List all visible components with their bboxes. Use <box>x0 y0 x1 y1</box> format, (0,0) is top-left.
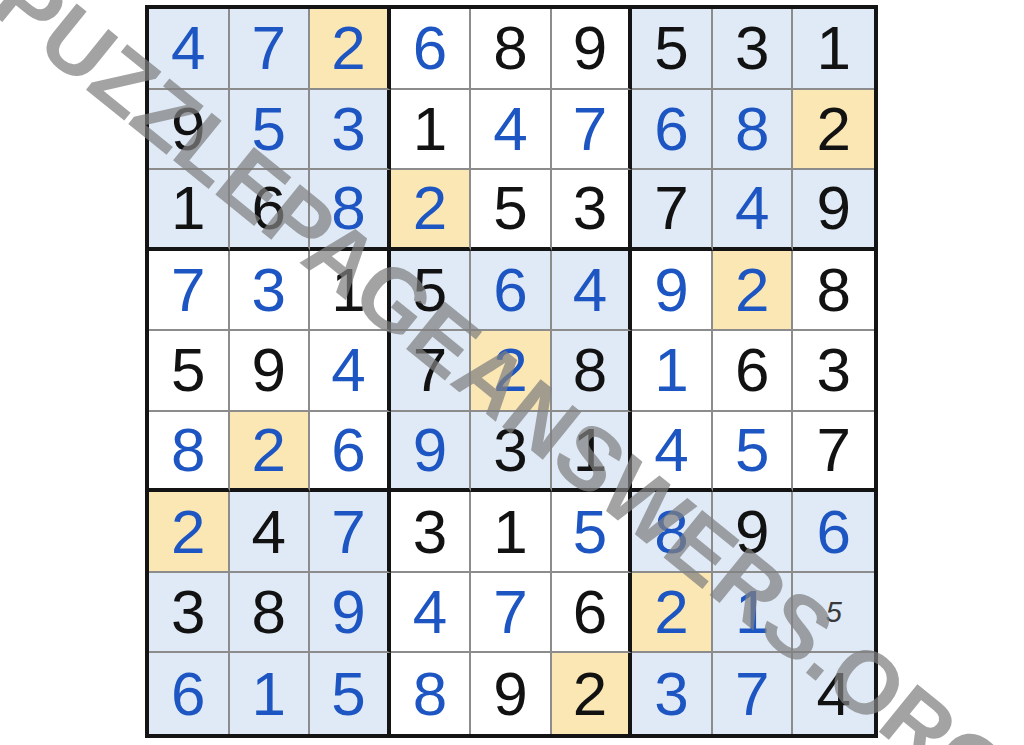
cell-r5c6[interactable]: 8 <box>552 331 633 412</box>
digit: 5 <box>735 419 769 481</box>
digit: 1 <box>654 339 688 401</box>
digit: 6 <box>252 177 286 239</box>
cell-r7c7[interactable]: 8 <box>632 492 713 573</box>
digit: 3 <box>816 339 850 401</box>
cell-r2c8[interactable]: 8 <box>713 90 794 171</box>
digit: 7 <box>252 17 286 79</box>
digit: 6 <box>735 339 769 401</box>
digit: 7 <box>413 339 447 401</box>
cell-r7c1[interactable]: 2 <box>149 492 230 573</box>
digit: 4 <box>331 339 365 401</box>
cell-r7c2[interactable]: 4 <box>230 492 311 573</box>
cell-r8c6[interactable]: 6 <box>552 573 633 654</box>
digit: 2 <box>816 98 850 160</box>
cell-r6c3[interactable]: 6 <box>310 412 391 493</box>
cell-r9c5[interactable]: 9 <box>471 653 552 734</box>
digit: 2 <box>735 259 769 321</box>
cell-r9c6[interactable]: 2 <box>552 653 633 734</box>
digit: 7 <box>654 177 688 239</box>
digit: 7 <box>816 419 850 481</box>
digit: 6 <box>573 581 607 643</box>
digit: 5 <box>171 339 205 401</box>
cell-r3c4[interactable]: 2 <box>391 170 472 251</box>
cell-r9c4[interactable]: 8 <box>391 653 472 734</box>
digit: 8 <box>493 17 527 79</box>
cell-r5c8[interactable]: 6 <box>713 331 794 412</box>
cell-r8c9[interactable]: 5 <box>793 573 874 654</box>
digit: 1 <box>573 419 607 481</box>
cell-r3c7[interactable]: 7 <box>632 170 713 251</box>
cell-r2c2[interactable]: 5 <box>230 90 311 171</box>
digit: 6 <box>171 663 205 725</box>
cell-r4c4[interactable]: 5 <box>391 251 472 332</box>
cell-r7c8[interactable]: 9 <box>713 492 794 573</box>
cell-r3c3[interactable]: 8 <box>310 170 391 251</box>
digit: 2 <box>493 339 527 401</box>
cell-r9c9[interactable]: 4 <box>793 653 874 734</box>
digit: 8 <box>573 339 607 401</box>
digit: 6 <box>331 419 365 481</box>
digit: 8 <box>252 581 286 643</box>
digit: 9 <box>413 419 447 481</box>
cell-r1c9[interactable]: 1 <box>793 9 874 90</box>
cell-r3c1[interactable]: 1 <box>149 170 230 251</box>
digit: 8 <box>331 177 365 239</box>
cell-r4c2[interactable]: 3 <box>230 251 311 332</box>
cell-r4c7[interactable]: 9 <box>632 251 713 332</box>
cell-r9c2[interactable]: 1 <box>230 653 311 734</box>
cell-r5c1[interactable]: 5 <box>149 331 230 412</box>
cell-r7c3[interactable]: 7 <box>310 492 391 573</box>
digit: 1 <box>331 259 365 321</box>
digit: 9 <box>493 663 527 725</box>
cell-r3c6[interactable]: 3 <box>552 170 633 251</box>
digit: 7 <box>171 259 205 321</box>
pencil-mark: 5 <box>826 598 842 627</box>
cell-r8c7[interactable]: 2 <box>632 573 713 654</box>
cell-r5c2[interactable]: 9 <box>230 331 311 412</box>
digit: 3 <box>493 419 527 481</box>
cell-r9c3[interactable]: 5 <box>310 653 391 734</box>
digit: 6 <box>816 501 850 563</box>
cell-r7c4[interactable]: 3 <box>391 492 472 573</box>
cell-r4c3[interactable]: 1 <box>310 251 391 332</box>
digit: 3 <box>573 177 607 239</box>
cell-r6c1[interactable]: 8 <box>149 412 230 493</box>
sudoku-board: 4726895319531476821682537497315649285947… <box>145 5 878 738</box>
digit: 4 <box>735 177 769 239</box>
cell-r7c6[interactable]: 5 <box>552 492 633 573</box>
cell-r5c4[interactable]: 7 <box>391 331 472 412</box>
digit: 2 <box>413 177 447 239</box>
digit: 3 <box>252 259 286 321</box>
cell-r2c9[interactable]: 2 <box>793 90 874 171</box>
digit: 4 <box>171 17 205 79</box>
digit: 7 <box>331 501 365 563</box>
digit: 2 <box>331 17 365 79</box>
cell-r3c5[interactable]: 5 <box>471 170 552 251</box>
digit: 3 <box>171 581 205 643</box>
cell-r5c5[interactable]: 2 <box>471 331 552 412</box>
digit: 4 <box>413 581 447 643</box>
cell-r8c4[interactable]: 4 <box>391 573 472 654</box>
digit: 1 <box>252 663 286 725</box>
cell-r2c4[interactable]: 1 <box>391 90 472 171</box>
cell-r1c6[interactable]: 9 <box>552 9 633 90</box>
digit: 5 <box>654 17 688 79</box>
digit: 3 <box>654 663 688 725</box>
cell-r6c9[interactable]: 7 <box>793 412 874 493</box>
digit: 2 <box>171 501 205 563</box>
digit: 7 <box>493 581 527 643</box>
digit: 4 <box>816 663 850 725</box>
cell-r4c5[interactable]: 6 <box>471 251 552 332</box>
digit: 1 <box>735 581 769 643</box>
digit: 8 <box>735 98 769 160</box>
cell-r3c2[interactable]: 6 <box>230 170 311 251</box>
digit: 5 <box>331 663 365 725</box>
cell-r8c1[interactable]: 3 <box>149 573 230 654</box>
digit: 6 <box>654 98 688 160</box>
cell-r1c5[interactable]: 8 <box>471 9 552 90</box>
digit: 1 <box>171 177 205 239</box>
cell-r2c6[interactable]: 7 <box>552 90 633 171</box>
digit: 2 <box>573 663 607 725</box>
digit: 8 <box>413 663 447 725</box>
cell-r8c8[interactable]: 1 <box>713 573 794 654</box>
cell-r4c1[interactable]: 7 <box>149 251 230 332</box>
cell-r9c1[interactable]: 6 <box>149 653 230 734</box>
digit: 2 <box>654 581 688 643</box>
cell-r5c3[interactable]: 4 <box>310 331 391 412</box>
digit: 5 <box>573 501 607 563</box>
digit: 7 <box>573 98 607 160</box>
digit: 9 <box>252 339 286 401</box>
cell-r1c8[interactable]: 3 <box>713 9 794 90</box>
cell-r1c7[interactable]: 5 <box>632 9 713 90</box>
digit: 9 <box>331 581 365 643</box>
cell-r4c8[interactable]: 2 <box>713 251 794 332</box>
cell-r6c5[interactable]: 3 <box>471 412 552 493</box>
digit: 7 <box>735 663 769 725</box>
cell-r4c9[interactable]: 8 <box>793 251 874 332</box>
digit: 8 <box>171 419 205 481</box>
cell-r2c3[interactable]: 3 <box>310 90 391 171</box>
cell-r1c3[interactable]: 2 <box>310 9 391 90</box>
digit: 5 <box>493 177 527 239</box>
digit: 8 <box>816 259 850 321</box>
digit: 6 <box>493 259 527 321</box>
digit: 4 <box>654 419 688 481</box>
digit: 4 <box>252 501 286 563</box>
digit: 3 <box>331 98 365 160</box>
cell-r5c9[interactable]: 3 <box>793 331 874 412</box>
cell-r9c8[interactable]: 7 <box>713 653 794 734</box>
digit: 5 <box>413 259 447 321</box>
cell-r2c1[interactable]: 9 <box>149 90 230 171</box>
cell-r4c6[interactable]: 4 <box>552 251 633 332</box>
digit: 1 <box>493 501 527 563</box>
digit: 4 <box>573 259 607 321</box>
digit: 9 <box>654 259 688 321</box>
cell-r3c9[interactable]: 9 <box>793 170 874 251</box>
digit: 4 <box>493 98 527 160</box>
cell-r7c5[interactable]: 1 <box>471 492 552 573</box>
cell-r9c7[interactable]: 3 <box>632 653 713 734</box>
cell-r1c2[interactable]: 7 <box>230 9 311 90</box>
digit: 3 <box>413 501 447 563</box>
cell-r8c5[interactable]: 7 <box>471 573 552 654</box>
cell-r3c8[interactable]: 4 <box>713 170 794 251</box>
cell-r6c2[interactable]: 2 <box>230 412 311 493</box>
cell-r6c7[interactable]: 4 <box>632 412 713 493</box>
digit: 3 <box>735 17 769 79</box>
digit: 6 <box>413 17 447 79</box>
cell-r1c1[interactable]: 4 <box>149 9 230 90</box>
cell-r2c5[interactable]: 4 <box>471 90 552 171</box>
cell-r1c4[interactable]: 6 <box>391 9 472 90</box>
cell-r7c9[interactable]: 6 <box>793 492 874 573</box>
digit: 8 <box>654 501 688 563</box>
digit: 9 <box>816 177 850 239</box>
cell-r8c2[interactable]: 8 <box>230 573 311 654</box>
digit: 9 <box>171 98 205 160</box>
digit: 2 <box>252 419 286 481</box>
digit: 9 <box>573 17 607 79</box>
cell-r6c6[interactable]: 1 <box>552 412 633 493</box>
digit: 5 <box>252 98 286 160</box>
cell-r5c7[interactable]: 1 <box>632 331 713 412</box>
cell-r2c7[interactable]: 6 <box>632 90 713 171</box>
cell-r6c8[interactable]: 5 <box>713 412 794 493</box>
digit: 1 <box>816 17 850 79</box>
cell-r6c4[interactable]: 9 <box>391 412 472 493</box>
digit: 1 <box>413 98 447 160</box>
digit: 9 <box>735 501 769 563</box>
cell-r8c3[interactable]: 9 <box>310 573 391 654</box>
